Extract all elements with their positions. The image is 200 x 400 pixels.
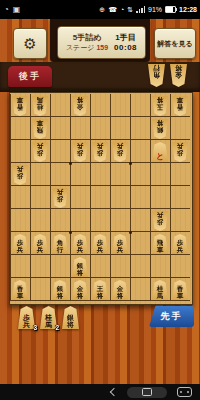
location-icon: ⊕: [99, 6, 105, 14]
piece-gote-pawn[interactable]: 歩 兵: [52, 188, 68, 208]
gallery-icon: ▣: [13, 5, 21, 14]
star-point: [69, 162, 72, 165]
piece-sente-lance[interactable]: 香 車: [172, 280, 188, 300]
piece-sente-pawn[interactable]: 歩 兵: [72, 234, 88, 254]
piece-sente-gold[interactable]: 金 将: [112, 280, 128, 300]
star-point: [69, 231, 72, 234]
back-icon[interactable]: [110, 388, 118, 396]
piece-gote-pawn[interactable]: 歩 兵: [112, 142, 128, 162]
hand-piece-gote-gold[interactable]: 金 将: [170, 64, 187, 87]
clock-icon: ◔: [4, 5, 9, 14]
piece-gote-lance[interactable]: 香 車: [172, 96, 188, 116]
alarm-icon: ◔: [120, 6, 124, 13]
piece-gote-pawn[interactable]: 歩 兵: [32, 142, 48, 162]
piece-sente-bishop[interactable]: 角 行: [52, 234, 68, 254]
call-icon: ☎: [108, 6, 117, 14]
star-point: [129, 162, 132, 165]
piece-sente-tokin[interactable]: と: [152, 142, 168, 162]
piece-gote-gold[interactable]: 金 将: [72, 96, 88, 116]
sente-hand-tray: 歩 兵3桂 馬2銀 将: [18, 306, 79, 329]
piece-gote-pawn[interactable]: 歩 兵: [92, 142, 108, 162]
star-point: [129, 231, 132, 234]
piece-sente-knight[interactable]: 桂 馬: [152, 280, 168, 300]
piece-gote-silver[interactable]: 銀 将: [152, 119, 168, 139]
show-answer-button[interactable]: 解答を見る: [154, 28, 196, 59]
status-time: 12:28: [179, 6, 197, 13]
hand-piece-sente-silver[interactable]: 銀 将: [62, 306, 79, 329]
piece-gote-knight[interactable]: 桂 馬: [32, 96, 48, 116]
stage-label: ステージ 159: [66, 43, 108, 53]
piece-sente-pawn[interactable]: 歩 兵: [92, 234, 108, 254]
gote-label: 後手: [8, 66, 52, 87]
gear-icon: ⚙: [23, 35, 36, 53]
network-icon: ⇅: [127, 6, 133, 14]
shogi-board[interactable]: 香 車桂 馬金 将玉 将香 車飛 車銀 将歩 兵歩 兵歩 兵歩 兵と歩 兵歩 兵…: [9, 92, 193, 305]
board-grid: 香 車桂 馬金 将玉 将香 車飛 車銀 将歩 兵歩 兵歩 兵歩 兵と歩 兵歩 兵…: [10, 94, 190, 301]
sente-label: 先手: [149, 306, 194, 327]
signal-icon: [136, 6, 145, 13]
hand-piece-gote-bishop[interactable]: 角 行: [148, 64, 165, 87]
hand-piece-count: 3: [33, 324, 37, 331]
piece-gote-pawn[interactable]: 歩 兵: [12, 165, 28, 185]
puzzle-info-panel: 5手詰め ステージ 159 1手目 00:08: [57, 26, 146, 59]
piece-sente-pawn[interactable]: 歩 兵: [172, 234, 188, 254]
timer: 00:08: [114, 43, 137, 53]
move-counter: 1手目: [115, 33, 135, 43]
home-icon[interactable]: [127, 387, 167, 398]
app-screen: ◔ ▣ ⊕ ☎ ◔ ⇅ 91% 12:28 ⚙ 5手詰め ステージ 159 1手…: [0, 0, 200, 400]
settings-button[interactable]: ⚙: [13, 28, 47, 59]
piece-gote-pawn[interactable]: 歩 兵: [72, 142, 88, 162]
piece-sente-silver[interactable]: 銀 将: [52, 280, 68, 300]
hand-piece-sente-pawn[interactable]: 歩 兵3: [18, 306, 35, 329]
gote-hand-tray: 角 行金 将: [148, 64, 187, 87]
hand-piece-count: 2: [55, 324, 59, 331]
battery-percent: 91%: [148, 6, 162, 13]
status-bar: ◔ ▣ ⊕ ☎ ◔ ⇅ 91% 12:28: [0, 0, 200, 19]
piece-sente-silver[interactable]: 銀 将: [72, 257, 88, 277]
piece-sente-king[interactable]: 王 将: [92, 280, 108, 300]
puzzle-type-label: 5手詰め: [73, 33, 102, 43]
gamepad-icon[interactable]: [177, 387, 192, 397]
piece-sente-gold[interactable]: 金 将: [72, 280, 88, 300]
piece-sente-pawn[interactable]: 歩 兵: [32, 234, 48, 254]
piece-gote-lance[interactable]: 香 車: [12, 96, 28, 116]
piece-gote-rook[interactable]: 飛 車: [32, 119, 48, 139]
piece-sente-rook[interactable]: 飛 車: [152, 234, 168, 254]
nav-bar: [0, 384, 200, 400]
piece-gote-pawn[interactable]: 歩 兵: [172, 142, 188, 162]
piece-sente-pawn[interactable]: 歩 兵: [12, 234, 28, 254]
piece-gote-pawn[interactable]: 歩 兵: [152, 211, 168, 231]
hand-piece-sente-knight[interactable]: 桂 馬2: [40, 306, 57, 329]
piece-gote-king[interactable]: 玉 将: [152, 96, 168, 116]
piece-sente-lance[interactable]: 香 車: [12, 280, 28, 300]
piece-sente-pawn[interactable]: 歩 兵: [112, 234, 128, 254]
battery-icon: [165, 6, 176, 13]
